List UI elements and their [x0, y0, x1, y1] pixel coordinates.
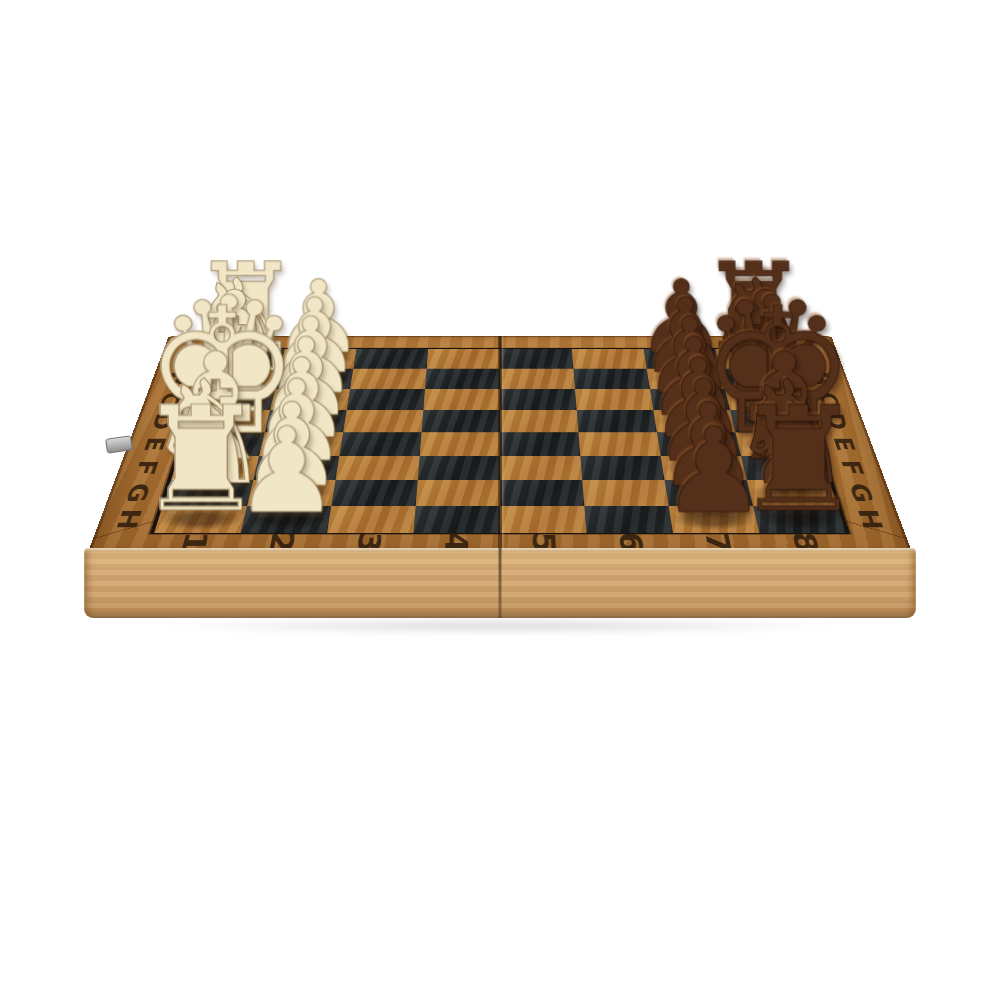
square-b5[interactable]	[500, 369, 575, 389]
square-c4[interactable]	[423, 389, 500, 410]
square-a3[interactable]	[353, 349, 428, 368]
square-c3[interactable]	[347, 389, 425, 410]
square-c5[interactable]	[500, 389, 577, 410]
square-d6[interactable]	[577, 410, 657, 432]
square-e7[interactable]	[657, 432, 741, 455]
square-f3[interactable]	[335, 456, 419, 480]
square-a7[interactable]	[644, 349, 720, 368]
square-a5[interactable]	[500, 349, 573, 368]
square-f2[interactable]	[253, 456, 339, 480]
square-e6[interactable]	[578, 432, 660, 455]
chess-set-photo: ♜♞♝♛♚♝♞♜♟♟♟♟♟♟♟♟♟♟♟♟♟♟♟♟♜♞♝♛♚♝♞♜ 1234567…	[0, 0, 1000, 1000]
square-d5[interactable]	[500, 410, 578, 432]
square-e3[interactable]	[339, 432, 421, 455]
square-a6[interactable]	[572, 349, 647, 368]
chess-board: ♜♞♝♛♚♝♞♜♟♟♟♟♟♟♟♟♟♟♟♟♟♟♟♟♜♞♝♛♚♝♞♜ 1234567…	[88, 336, 912, 552]
square-b4[interactable]	[425, 369, 500, 389]
square-c7[interactable]	[650, 389, 730, 410]
square-b3[interactable]	[350, 369, 427, 389]
squares-grid	[154, 349, 846, 533]
box-front-panel	[84, 548, 916, 618]
square-c2[interactable]	[270, 389, 350, 410]
file-label-right-h: H	[820, 492, 925, 547]
square-e2[interactable]	[259, 432, 343, 455]
square-e4[interactable]	[420, 432, 500, 455]
floor-shadow	[150, 618, 850, 634]
square-f4[interactable]	[418, 456, 500, 480]
square-d4[interactable]	[422, 410, 500, 432]
square-b6[interactable]	[573, 369, 650, 389]
square-d7[interactable]	[653, 410, 735, 432]
square-e5[interactable]	[500, 432, 580, 455]
square-f5[interactable]	[500, 456, 582, 480]
square-f6[interactable]	[580, 456, 664, 480]
square-c6[interactable]	[575, 389, 653, 410]
file-label-left-h: H	[76, 492, 181, 547]
square-a2[interactable]	[280, 349, 356, 368]
square-f7[interactable]	[661, 456, 747, 480]
square-d3[interactable]	[343, 410, 423, 432]
square-d2[interactable]	[265, 410, 347, 432]
fold-seam-front	[499, 548, 502, 618]
square-b2[interactable]	[275, 369, 353, 389]
square-a4[interactable]	[427, 349, 500, 368]
square-b7[interactable]	[647, 369, 725, 389]
board-surface: ♜♞♝♛♚♝♞♜♟♟♟♟♟♟♟♟♟♟♟♟♟♟♟♟♜♞♝♛♚♝♞♜ 1234567…	[88, 336, 912, 552]
